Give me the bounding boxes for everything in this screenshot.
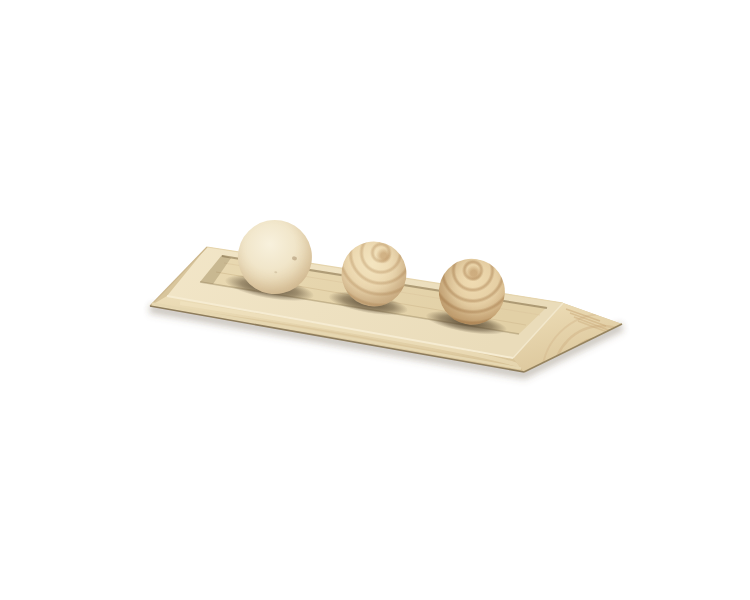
pit-1[interactable] xyxy=(217,201,332,313)
pit-2[interactable] xyxy=(316,218,431,330)
product-photo-stage: Natural pine wooden tray with bevelled s… xyxy=(0,0,750,600)
pit-3[interactable] xyxy=(414,236,529,348)
